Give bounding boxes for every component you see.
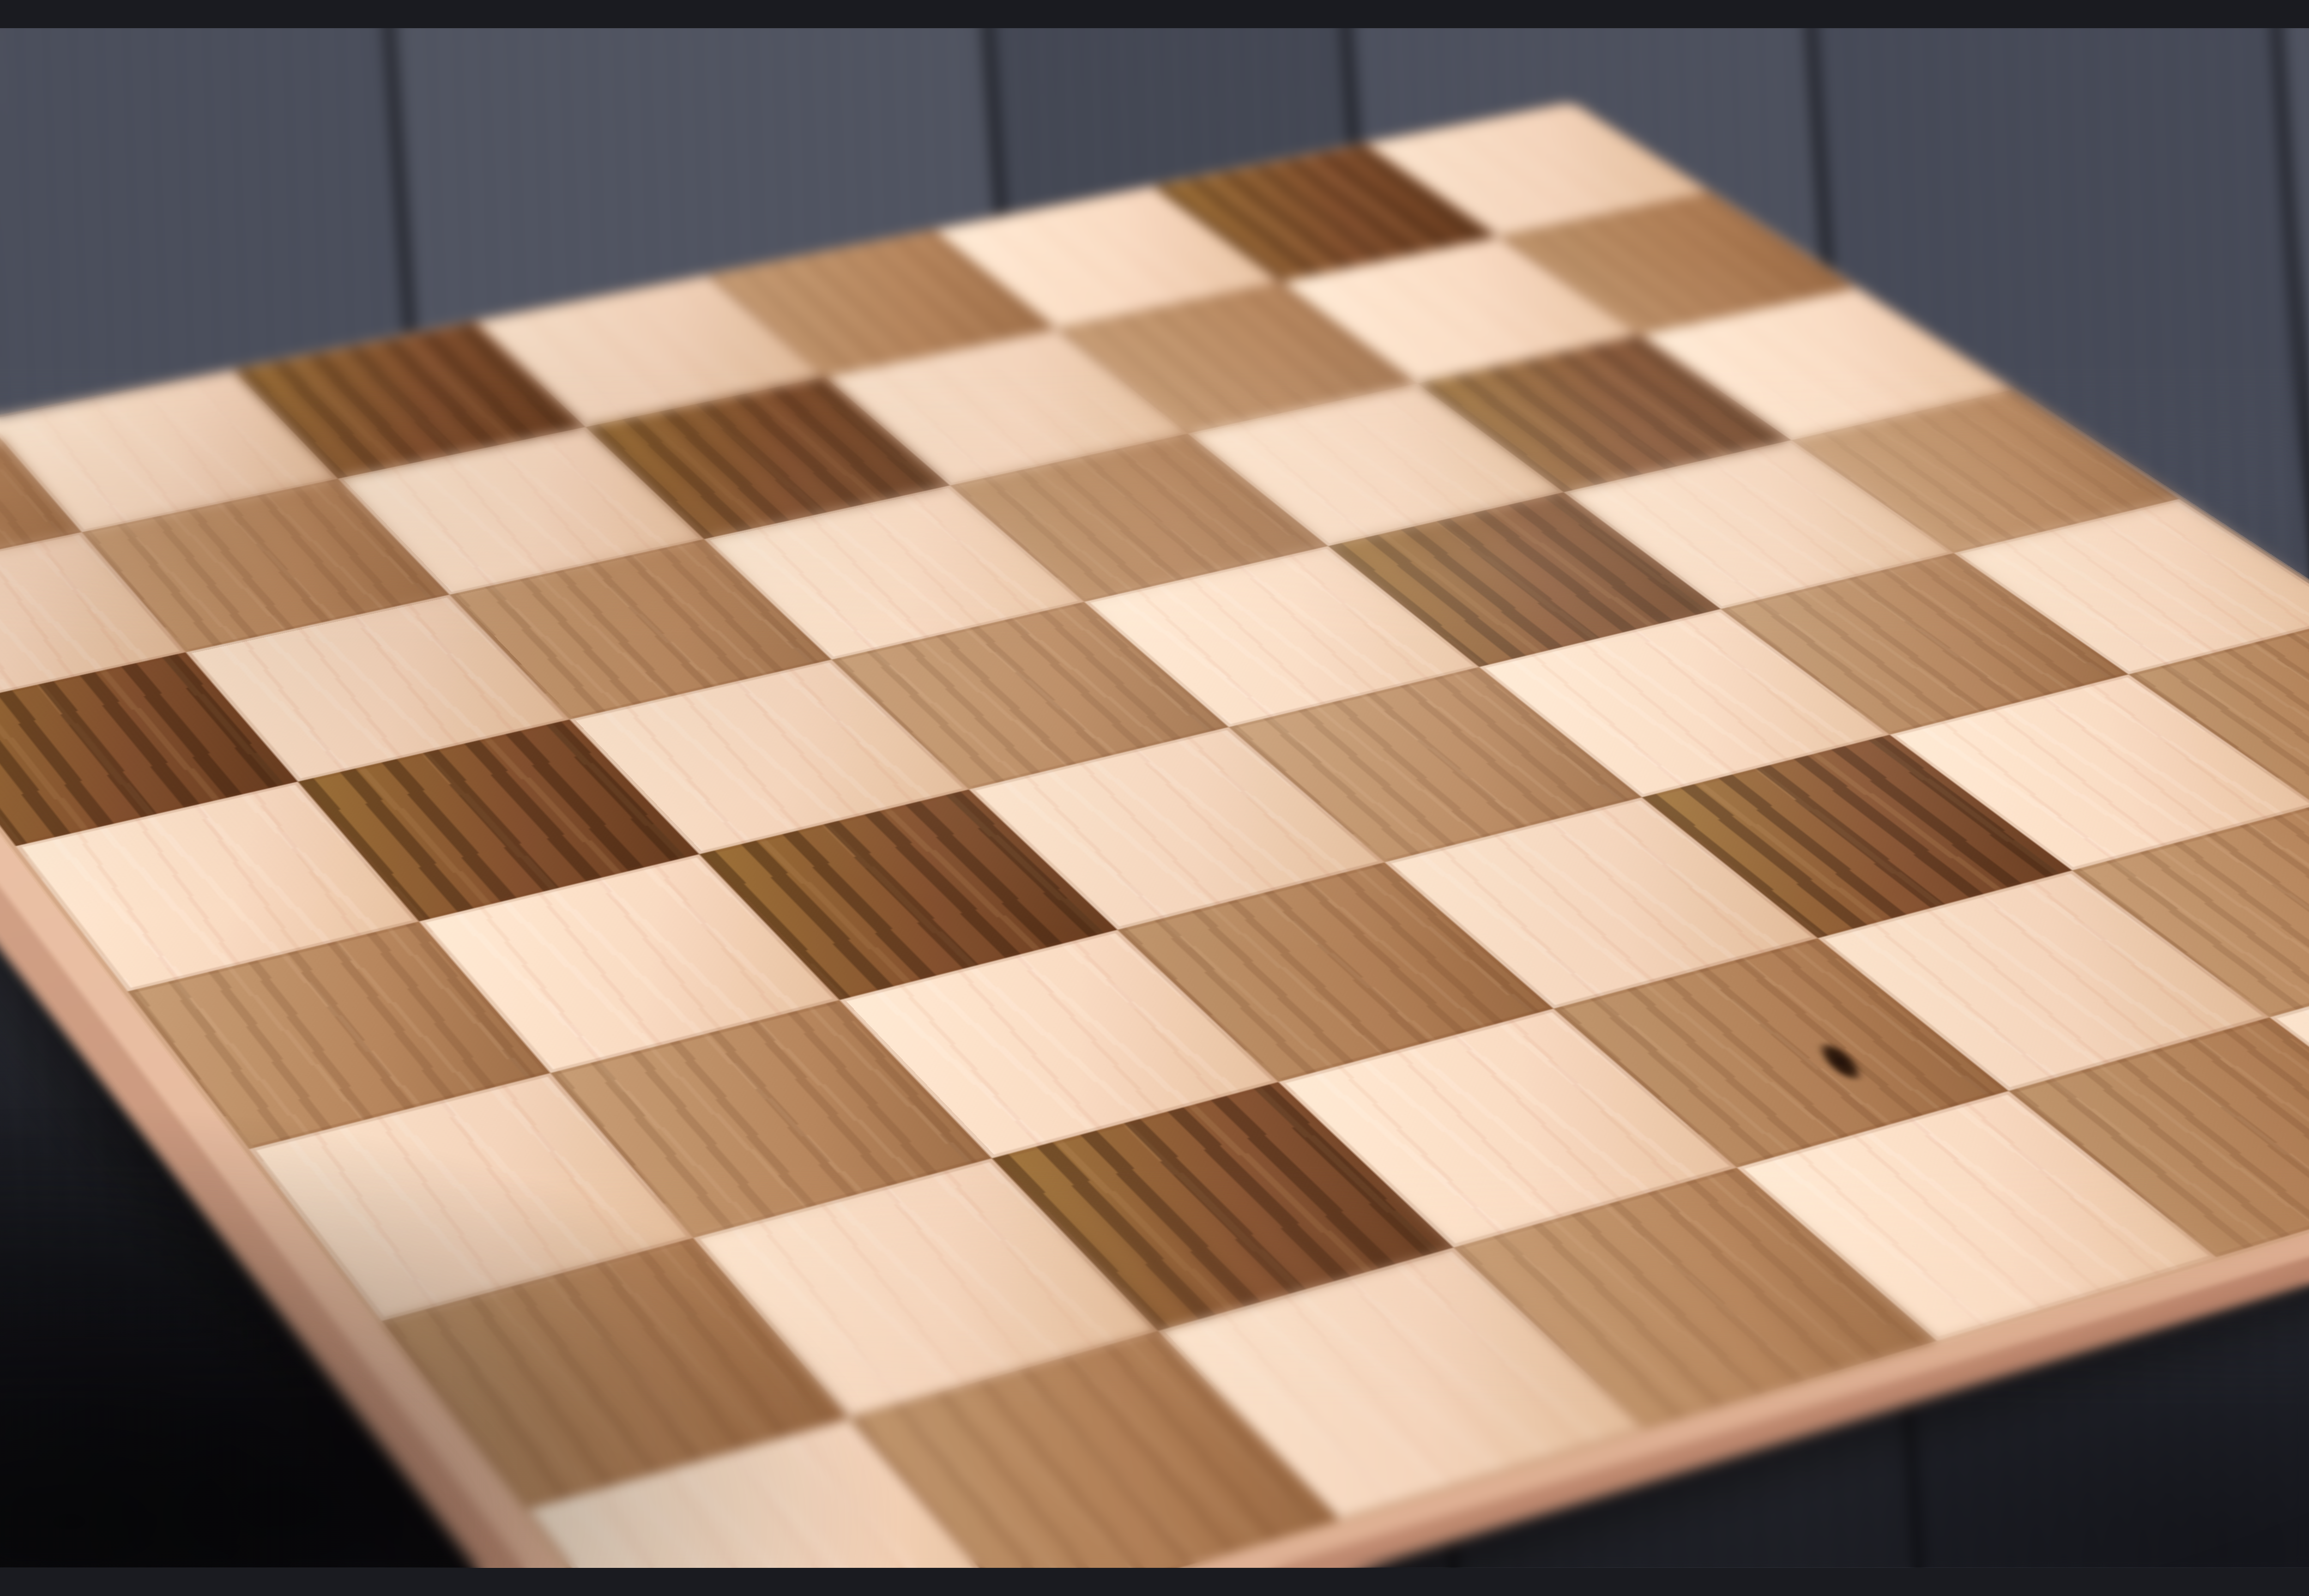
photo-stage <box>0 28 2309 1567</box>
wood-knot-detail <box>1808 1040 1871 1084</box>
photo-viewport <box>0 0 2309 1596</box>
